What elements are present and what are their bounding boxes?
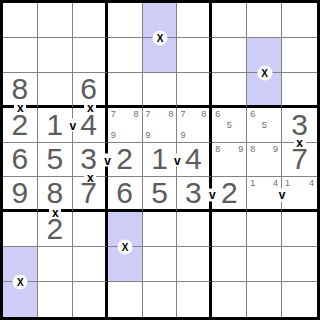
cell-r7c2[interactable]: 2 (38, 212, 73, 247)
pencil-mark: 9 (111, 131, 116, 140)
cell-r8c3[interactable] (73, 247, 108, 282)
pencil-mark: 9 (273, 145, 278, 154)
pencil-mark: 1 (285, 179, 290, 188)
given-digit: 2 (12, 110, 29, 140)
given-digit: 7 (80, 178, 97, 208)
cell-r4c2[interactable]: 1 (38, 108, 73, 143)
cell-r9c4[interactable] (108, 282, 143, 317)
pencil-mark: 8 (134, 110, 139, 119)
cell-r6c5[interactable]: 5 (143, 177, 178, 212)
sudoku-grid: 8621478978978965653653214898979876532141… (3, 3, 317, 317)
pencil-mark: 7 (111, 110, 116, 119)
cell-r5c7[interactable]: 89 (212, 143, 247, 178)
cell-r5c2[interactable]: 5 (38, 143, 73, 178)
cell-r9c8[interactable] (247, 282, 282, 317)
cell-r9c1[interactable] (3, 282, 38, 317)
cell-r4c6[interactable]: 789 (177, 108, 212, 143)
pencil-mark: 9 (146, 131, 151, 140)
pencil-mark: 7 (146, 110, 151, 119)
pencil-mark: 9 (180, 131, 185, 140)
cell-r2c7[interactable] (212, 38, 247, 73)
cell-r9c2[interactable] (38, 282, 73, 317)
pencil-mark: 8 (201, 110, 206, 119)
given-digit: 5 (46, 144, 63, 174)
given-digit: 3 (185, 178, 202, 208)
cell-r3c8[interactable] (247, 73, 282, 108)
cell-r3c1[interactable]: 8 (3, 73, 38, 108)
cell-r2c1[interactable] (3, 38, 38, 73)
cell-r8c1[interactable] (3, 247, 38, 282)
pencil-mark: 8 (168, 110, 173, 119)
cell-r2c3[interactable] (73, 38, 108, 73)
cell-r8c6[interactable] (177, 247, 212, 282)
sudoku-board: 8621478978978965653653214898979876532141… (0, 0, 320, 320)
pencil-mark: 8 (250, 145, 255, 154)
cell-r8c4[interactable] (108, 247, 143, 282)
cell-r2c5[interactable] (143, 38, 178, 73)
given-digit: 8 (46, 178, 63, 208)
given-digit: 6 (80, 74, 97, 104)
cell-r5c9[interactable]: 7 (282, 143, 317, 178)
given-digit: 3 (291, 110, 308, 140)
pencil-mark: 8 (215, 145, 220, 154)
cell-r1c6[interactable] (177, 3, 212, 38)
cell-r7c6[interactable] (177, 212, 212, 247)
given-digit: 4 (185, 144, 202, 174)
cell-r7c1[interactable] (3, 212, 38, 247)
pencil-mark: 4 (309, 179, 314, 188)
pencil-mark: 1 (250, 179, 255, 188)
cell-r1c9[interactable] (282, 3, 317, 38)
given-digit: 4 (80, 110, 97, 140)
cell-r9c9[interactable] (282, 282, 317, 317)
cell-r3c9[interactable] (282, 73, 317, 108)
pencil-mark: 6 (215, 110, 220, 119)
cell-r4c9[interactable]: 3 (282, 108, 317, 143)
given-digit: 3 (80, 144, 97, 174)
cell-r1c4[interactable] (108, 3, 143, 38)
cell-r3c2[interactable] (38, 73, 73, 108)
cell-r5c1[interactable]: 6 (3, 143, 38, 178)
cell-r4c7[interactable]: 65 (212, 108, 247, 143)
given-digit: 2 (221, 178, 238, 208)
pencil-mark: 4 (273, 179, 278, 188)
cell-r7c7[interactable] (212, 212, 247, 247)
cell-r6c9[interactable]: 14 (282, 177, 317, 212)
cell-r2c6[interactable] (177, 38, 212, 73)
cell-r5c6[interactable]: 4 (177, 143, 212, 178)
cell-r9c3[interactable] (73, 282, 108, 317)
given-digit: 9 (12, 178, 29, 208)
cell-r7c3[interactable] (73, 212, 108, 247)
cell-r2c8[interactable] (247, 38, 282, 73)
given-digit: 7 (291, 144, 308, 174)
cell-r4c5[interactable]: 789 (143, 108, 178, 143)
cell-r6c6[interactable]: 3 (177, 177, 212, 212)
given-digit: 1 (46, 110, 63, 140)
given-digit: 8 (12, 74, 29, 104)
given-digit: 1 (151, 144, 168, 174)
cell-r7c8[interactable] (247, 212, 282, 247)
cell-r3c4[interactable] (108, 73, 143, 108)
cell-r9c6[interactable] (177, 282, 212, 317)
cell-r2c9[interactable] (282, 38, 317, 73)
given-digit: 6 (116, 178, 133, 208)
cell-r4c1[interactable]: 2 (3, 108, 38, 143)
cell-r8c9[interactable] (282, 247, 317, 282)
cell-r7c5[interactable] (143, 212, 178, 247)
cell-r2c4[interactable] (108, 38, 143, 73)
cell-r2c2[interactable] (38, 38, 73, 73)
given-digit: 6 (12, 144, 29, 174)
cell-r6c4[interactable]: 6 (108, 177, 143, 212)
cell-r3c5[interactable] (143, 73, 178, 108)
cell-r7c4[interactable] (108, 212, 143, 247)
cell-r9c7[interactable] (212, 282, 247, 317)
cell-r1c5[interactable] (143, 3, 178, 38)
given-digit: 5 (151, 178, 168, 208)
cell-r3c3[interactable]: 6 (73, 73, 108, 108)
cell-r7c9[interactable] (282, 212, 317, 247)
cell-r8c7[interactable] (212, 247, 247, 282)
cell-r6c1[interactable]: 9 (3, 177, 38, 212)
cell-r6c3[interactable]: 7 (73, 177, 108, 212)
cell-r3c6[interactable] (177, 73, 212, 108)
cell-r3c7[interactable] (212, 73, 247, 108)
given-digit: 2 (46, 214, 63, 244)
pencil-mark: 7 (180, 110, 185, 119)
cell-r5c3[interactable]: 3 (73, 143, 108, 178)
cell-r5c4[interactable]: 2 (108, 143, 143, 178)
cell-r9c5[interactable] (143, 282, 178, 317)
cell-r6c2[interactable]: 8 (38, 177, 73, 212)
cell-r1c3[interactable] (73, 3, 108, 38)
cell-r6c7[interactable]: 2 (212, 177, 247, 212)
cell-r4c8[interactable]: 65 (247, 108, 282, 143)
cell-r8c2[interactable] (38, 247, 73, 282)
cell-r6c8[interactable]: 14 (247, 177, 282, 212)
cell-r5c5[interactable]: 1 (143, 143, 178, 178)
pencil-mark: 5 (227, 120, 232, 129)
cell-r1c1[interactable] (3, 3, 38, 38)
cell-r1c7[interactable] (212, 3, 247, 38)
cell-r4c4[interactable]: 789 (108, 108, 143, 143)
given-digit: 2 (116, 144, 133, 174)
cell-r1c8[interactable] (247, 3, 282, 38)
cell-r4c3[interactable]: 4 (73, 108, 108, 143)
cell-r1c2[interactable] (38, 3, 73, 38)
cell-r8c5[interactable] (143, 247, 178, 282)
pencil-mark: 9 (238, 145, 243, 154)
pencil-mark: 5 (262, 120, 267, 129)
pencil-mark: 6 (250, 110, 255, 119)
cell-r8c8[interactable] (247, 247, 282, 282)
cell-r5c8[interactable]: 89 (247, 143, 282, 178)
